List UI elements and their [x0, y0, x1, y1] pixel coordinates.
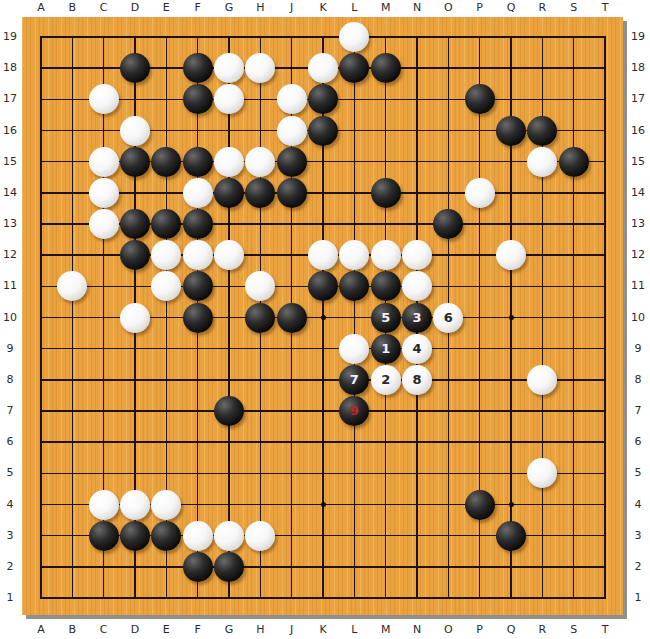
col-label-top: O: [439, 1, 457, 15]
white-stone: [339, 22, 369, 52]
grid-line-horizontal: [40, 597, 605, 598]
move-number: 8: [412, 365, 421, 395]
black-stone: [120, 240, 150, 270]
black-stone: [559, 147, 589, 177]
black-stone: [151, 209, 181, 239]
white-stone: [371, 240, 401, 270]
black-stone: [339, 271, 369, 301]
col-label-top: C: [95, 1, 113, 15]
row-label-left: 9: [1, 342, 19, 356]
row-label-right: 6: [629, 435, 647, 449]
col-label-top: S: [565, 1, 583, 15]
white-stone: [527, 147, 557, 177]
black-stone: [371, 271, 401, 301]
black-stone: [277, 178, 307, 208]
row-label-left: 1: [1, 591, 19, 605]
row-label-right: 8: [629, 373, 647, 387]
col-label-top: D: [126, 1, 144, 15]
white-stone: [89, 84, 119, 114]
grid-line-horizontal: [40, 379, 605, 380]
black-stone: [496, 116, 526, 146]
move-number: 2: [381, 365, 390, 395]
white-stone: [402, 271, 432, 301]
black-stone: [183, 209, 213, 239]
row-label-right: 18: [629, 61, 647, 75]
row-label-right: 19: [629, 30, 647, 44]
black-stone: [151, 521, 181, 551]
col-label-bottom: C: [95, 623, 113, 637]
white-stone: [89, 209, 119, 239]
row-label-left: 4: [1, 498, 19, 512]
row-label-right: 5: [629, 466, 647, 480]
black-stone: [496, 521, 526, 551]
col-label-top: K: [314, 1, 332, 15]
col-label-bottom: J: [283, 623, 301, 637]
row-label-left: 12: [1, 248, 19, 262]
black-stone: [308, 116, 338, 146]
col-label-top: T: [596, 1, 614, 15]
col-label-bottom: L: [345, 623, 363, 637]
col-label-bottom: P: [471, 623, 489, 637]
row-label-right: 10: [629, 311, 647, 325]
white-stone: [183, 178, 213, 208]
col-label-top: J: [283, 1, 301, 15]
col-label-top: P: [471, 1, 489, 15]
col-label-top: R: [533, 1, 551, 15]
go-board[interactable]: 536147289: [22, 17, 623, 615]
row-label-right: 2: [629, 560, 647, 574]
white-stone: [214, 240, 244, 270]
white-stone: [308, 240, 338, 270]
row-label-right: 12: [629, 248, 647, 262]
go-diagram: 536147289 AABBCCDDEEFFGGHHJJKKLLMMNNOOPP…: [0, 0, 650, 639]
white-stone: [308, 53, 338, 83]
white-stone: [89, 490, 119, 520]
white-stone: [183, 521, 213, 551]
black-stone: [89, 521, 119, 551]
col-label-bottom: A: [32, 623, 50, 637]
row-label-left: 7: [1, 404, 19, 418]
white-stone: [120, 116, 150, 146]
black-stone: 5: [371, 303, 401, 333]
black-stone: [151, 147, 181, 177]
move-number: 6: [444, 303, 453, 333]
grid-line-horizontal: [40, 348, 605, 349]
grid-line-vertical: [354, 36, 355, 598]
black-stone: [433, 209, 463, 239]
black-stone: [371, 53, 401, 83]
row-label-left: 8: [1, 373, 19, 387]
black-stone: [339, 53, 369, 83]
row-label-left: 14: [1, 186, 19, 200]
row-label-left: 10: [1, 311, 19, 325]
white-stone: [402, 240, 432, 270]
move-number: 7: [350, 365, 359, 395]
col-label-bottom: O: [439, 623, 457, 637]
col-label-bottom: T: [596, 623, 614, 637]
row-label-left: 5: [1, 466, 19, 480]
col-label-bottom: F: [189, 623, 207, 637]
white-stone: [120, 490, 150, 520]
black-stone: [465, 84, 495, 114]
white-stone: [339, 334, 369, 364]
row-label-left: 16: [1, 124, 19, 138]
white-stone: [339, 240, 369, 270]
black-stone: [183, 303, 213, 333]
star-point: [509, 502, 514, 507]
row-label-left: 13: [1, 217, 19, 231]
black-stone: [120, 53, 150, 83]
row-label-right: 17: [629, 92, 647, 106]
star-point: [509, 315, 514, 320]
col-label-bottom: H: [251, 623, 269, 637]
row-label-left: 19: [1, 30, 19, 44]
col-label-bottom: E: [157, 623, 175, 637]
black-stone: [120, 147, 150, 177]
row-label-right: 14: [629, 186, 647, 200]
white-stone: [245, 147, 275, 177]
white-stone: 2: [371, 365, 401, 395]
col-label-bottom: S: [565, 623, 583, 637]
grid-line-vertical: [604, 36, 605, 598]
row-label-left: 18: [1, 61, 19, 75]
row-label-left: 6: [1, 435, 19, 449]
white-stone: [120, 303, 150, 333]
star-point: [321, 315, 326, 320]
col-label-top: N: [408, 1, 426, 15]
black-stone: [308, 271, 338, 301]
white-stone: [151, 240, 181, 270]
white-stone: [277, 84, 307, 114]
row-label-right: 3: [629, 529, 647, 543]
white-stone: [214, 84, 244, 114]
col-label-top: H: [251, 1, 269, 15]
black-stone: [183, 552, 213, 582]
black-stone: 1: [371, 334, 401, 364]
black-stone: [371, 178, 401, 208]
black-stone: [527, 116, 557, 146]
col-label-top: M: [377, 1, 395, 15]
col-label-top: G: [220, 1, 238, 15]
black-stone: 9: [339, 396, 369, 426]
white-stone: [527, 365, 557, 395]
black-stone: [183, 147, 213, 177]
row-label-left: 3: [1, 529, 19, 543]
white-stone: [151, 271, 181, 301]
white-stone: [151, 490, 181, 520]
white-stone: [277, 116, 307, 146]
black-stone: 7: [339, 365, 369, 395]
black-stone: [214, 178, 244, 208]
col-label-bottom: Q: [502, 623, 520, 637]
grid-line-horizontal: [40, 441, 605, 442]
col-label-bottom: G: [220, 623, 238, 637]
white-stone: [214, 53, 244, 83]
row-label-right: 4: [629, 498, 647, 512]
white-stone: [245, 521, 275, 551]
white-stone: [214, 147, 244, 177]
black-stone: [214, 552, 244, 582]
move-number: 1: [381, 334, 390, 364]
row-label-right: 15: [629, 155, 647, 169]
move-number: 4: [412, 334, 421, 364]
black-stone: [308, 84, 338, 114]
black-stone: [183, 84, 213, 114]
black-stone: [245, 178, 275, 208]
row-label-right: 16: [629, 124, 647, 138]
white-stone: [214, 521, 244, 551]
black-stone: [465, 490, 495, 520]
white-stone: [245, 271, 275, 301]
col-label-top: L: [345, 1, 363, 15]
white-stone: [183, 240, 213, 270]
star-point: [321, 502, 326, 507]
grid-line-vertical: [573, 36, 574, 598]
row-label-left: 17: [1, 92, 19, 106]
col-label-bottom: K: [314, 623, 332, 637]
black-stone: [277, 147, 307, 177]
row-label-left: 15: [1, 155, 19, 169]
white-stone: [57, 271, 87, 301]
white-stone: 8: [402, 365, 432, 395]
col-label-top: B: [63, 1, 81, 15]
black-stone: [277, 303, 307, 333]
move-number: 3: [412, 303, 421, 333]
white-stone: [89, 178, 119, 208]
col-label-top: F: [189, 1, 207, 15]
white-stone: [245, 53, 275, 83]
col-label-top: E: [157, 1, 175, 15]
move-number: 9: [350, 396, 359, 426]
col-label-bottom: N: [408, 623, 426, 637]
col-label-bottom: M: [377, 623, 395, 637]
row-label-left: 2: [1, 560, 19, 574]
row-label-right: 9: [629, 342, 647, 356]
grid-line-horizontal: [40, 473, 605, 474]
white-stone: [496, 240, 526, 270]
white-stone: [465, 178, 495, 208]
row-label-right: 11: [629, 279, 647, 293]
white-stone: 4: [402, 334, 432, 364]
black-stone: 3: [402, 303, 432, 333]
grid-line-horizontal: [40, 566, 605, 567]
row-label-right: 7: [629, 404, 647, 418]
black-stone: [183, 53, 213, 83]
white-stone: [89, 147, 119, 177]
black-stone: [120, 521, 150, 551]
col-label-bottom: D: [126, 623, 144, 637]
row-label-left: 11: [1, 279, 19, 293]
col-label-top: A: [32, 1, 50, 15]
black-stone: [120, 209, 150, 239]
grid-line-horizontal: [40, 410, 605, 411]
black-stone: [183, 271, 213, 301]
row-label-right: 1: [629, 591, 647, 605]
col-label-bottom: B: [63, 623, 81, 637]
white-stone: 6: [433, 303, 463, 333]
col-label-top: Q: [502, 1, 520, 15]
black-stone: [245, 303, 275, 333]
move-number: 5: [381, 303, 390, 333]
row-label-right: 13: [629, 217, 647, 231]
black-stone: [214, 396, 244, 426]
col-label-bottom: R: [533, 623, 551, 637]
white-stone: [527, 458, 557, 488]
